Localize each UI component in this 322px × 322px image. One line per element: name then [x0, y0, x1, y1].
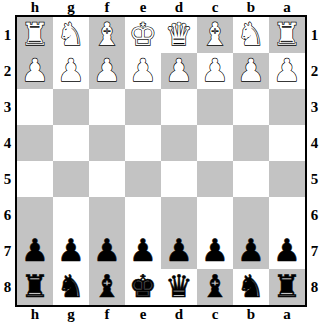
rank-label-right-8: 8	[307, 269, 322, 305]
square-e1[interactable]: ♚	[125, 17, 161, 53]
file-label-bottom-h: h	[17, 307, 53, 322]
square-h7[interactable]: ♟	[17, 233, 53, 269]
white-pawn-piece: ♟	[57, 53, 85, 88]
file-label-bottom-b: b	[233, 307, 269, 322]
square-c3[interactable]	[197, 89, 233, 125]
square-e2[interactable]: ♟	[125, 53, 161, 89]
file-label-top-g: g	[53, 0, 89, 16]
square-b3[interactable]	[233, 89, 269, 125]
square-g8[interactable]: ♞	[53, 269, 89, 305]
square-a3[interactable]	[269, 89, 305, 125]
white-pawn-piece: ♟	[273, 53, 301, 88]
rank-label-left-3: 3	[0, 89, 15, 125]
square-d1[interactable]: ♛	[161, 17, 197, 53]
square-b8[interactable]: ♞	[233, 269, 269, 305]
square-g2[interactable]: ♟	[53, 53, 89, 89]
file-label-top-e: e	[125, 0, 161, 16]
square-a2[interactable]: ♟	[269, 53, 305, 89]
rank-label-left-5: 5	[0, 161, 15, 197]
square-f3[interactable]	[89, 89, 125, 125]
black-pawn-piece: ♟	[21, 233, 49, 268]
square-d5[interactable]	[161, 161, 197, 197]
square-a1[interactable]: ♜	[269, 17, 305, 53]
black-knight-piece: ♞	[237, 269, 265, 304]
rank-label-right-7: 7	[307, 233, 322, 269]
rank-label-left-4: 4	[0, 125, 15, 161]
square-a8[interactable]: ♜	[269, 269, 305, 305]
square-b6[interactable]	[233, 197, 269, 233]
white-pawn-piece: ♟	[165, 53, 193, 88]
square-c8[interactable]: ♝	[197, 269, 233, 305]
black-pawn-piece: ♟	[273, 233, 301, 268]
white-king-piece: ♚	[129, 17, 157, 52]
square-e3[interactable]	[125, 89, 161, 125]
square-h4[interactable]	[17, 125, 53, 161]
file-labels-top: hgfedcba	[17, 0, 305, 15]
white-pawn-piece: ♟	[201, 53, 229, 88]
file-label-top-a: a	[269, 0, 305, 16]
rank-label-left-2: 2	[0, 53, 15, 89]
rank-label-left-7: 7	[0, 233, 15, 269]
square-c4[interactable]	[197, 125, 233, 161]
black-bishop-piece: ♝	[201, 269, 229, 304]
file-label-top-d: d	[161, 0, 197, 16]
rank-label-right-4: 4	[307, 125, 322, 161]
square-a7[interactable]: ♟	[269, 233, 305, 269]
black-king-piece: ♚	[129, 269, 157, 304]
square-e8[interactable]: ♚	[125, 269, 161, 305]
rank-labels-left: 12345678	[0, 17, 15, 305]
rank-labels-right: 12345678	[307, 17, 322, 305]
square-g3[interactable]	[53, 89, 89, 125]
white-bishop-piece: ♝	[201, 17, 229, 52]
black-pawn-piece: ♟	[237, 233, 265, 268]
square-d6[interactable]	[161, 197, 197, 233]
file-label-top-b: b	[233, 0, 269, 16]
black-queen-piece: ♛	[165, 269, 193, 304]
square-d4[interactable]	[161, 125, 197, 161]
file-label-bottom-f: f	[89, 307, 125, 322]
square-e5[interactable]	[125, 161, 161, 197]
rank-label-right-6: 6	[307, 197, 322, 233]
white-pawn-piece: ♟	[237, 53, 265, 88]
file-label-bottom-g: g	[53, 307, 89, 322]
square-b2[interactable]: ♟	[233, 53, 269, 89]
square-a4[interactable]	[269, 125, 305, 161]
file-label-bottom-a: a	[269, 307, 305, 322]
square-g6[interactable]	[53, 197, 89, 233]
file-label-bottom-e: e	[125, 307, 161, 322]
square-b7[interactable]: ♟	[233, 233, 269, 269]
square-b1[interactable]: ♞	[233, 17, 269, 53]
file-label-top-c: c	[197, 0, 233, 16]
square-c1[interactable]: ♝	[197, 17, 233, 53]
square-d3[interactable]	[161, 89, 197, 125]
rank-label-right-3: 3	[307, 89, 322, 125]
square-h2[interactable]: ♟	[17, 53, 53, 89]
square-b4[interactable]	[233, 125, 269, 161]
rank-label-right-2: 2	[307, 53, 322, 89]
rank-label-right-5: 5	[307, 161, 322, 197]
square-h8[interactable]: ♜	[17, 269, 53, 305]
rank-label-left-6: 6	[0, 197, 15, 233]
white-knight-piece: ♞	[237, 17, 265, 52]
white-pawn-piece: ♟	[129, 53, 157, 88]
white-rook-piece: ♜	[273, 17, 301, 52]
black-pawn-piece: ♟	[93, 233, 121, 268]
black-bishop-piece: ♝	[93, 269, 121, 304]
square-h1[interactable]: ♜	[17, 17, 53, 53]
square-h3[interactable]	[17, 89, 53, 125]
rank-label-left-8: 8	[0, 269, 15, 305]
square-c5[interactable]	[197, 161, 233, 197]
file-label-bottom-d: d	[161, 307, 197, 322]
square-g5[interactable]	[53, 161, 89, 197]
square-e7[interactable]: ♟	[125, 233, 161, 269]
square-g1[interactable]: ♞	[53, 17, 89, 53]
square-g7[interactable]: ♟	[53, 233, 89, 269]
white-bishop-piece: ♝	[93, 17, 121, 52]
square-a5[interactable]	[269, 161, 305, 197]
black-pawn-piece: ♟	[165, 233, 193, 268]
square-c2[interactable]: ♟	[197, 53, 233, 89]
black-pawn-piece: ♟	[201, 233, 229, 268]
square-f5[interactable]	[89, 161, 125, 197]
square-f6[interactable]	[89, 197, 125, 233]
file-label-top-h: h	[17, 0, 53, 16]
white-knight-piece: ♞	[57, 17, 85, 52]
square-d2[interactable]: ♟	[161, 53, 197, 89]
rank-label-left-1: 1	[0, 17, 15, 53]
square-c7[interactable]: ♟	[197, 233, 233, 269]
square-f1[interactable]: ♝	[89, 17, 125, 53]
square-d8[interactable]: ♛	[161, 269, 197, 305]
black-pawn-piece: ♟	[57, 233, 85, 268]
file-label-top-f: f	[89, 0, 125, 16]
black-rook-piece: ♜	[21, 269, 49, 304]
rank-label-right-1: 1	[307, 17, 322, 53]
white-queen-piece: ♛	[165, 17, 193, 52]
file-labels-bottom: hgfedcba	[17, 307, 305, 322]
chess-diagram: hgfedcba 12345678 12345678 hgfedcba ♜♞♝♚…	[0, 0, 322, 322]
square-a6[interactable]	[269, 197, 305, 233]
chess-board: ♜♞♝♚♛♝♞♜♟♟♟♟♟♟♟♟♟♟♟♟♟♟♟♟♜♞♝♚♛♝♞♜	[17, 17, 305, 305]
board-frame: ♜♞♝♚♛♝♞♜♟♟♟♟♟♟♟♟♟♟♟♟♟♟♟♟♜♞♝♚♛♝♞♜	[15, 15, 307, 307]
square-e6[interactable]	[125, 197, 161, 233]
file-label-bottom-c: c	[197, 307, 233, 322]
square-e4[interactable]	[125, 125, 161, 161]
square-f7[interactable]: ♟	[89, 233, 125, 269]
square-f8[interactable]: ♝	[89, 269, 125, 305]
square-d7[interactable]: ♟	[161, 233, 197, 269]
square-f2[interactable]: ♟	[89, 53, 125, 89]
white-pawn-piece: ♟	[93, 53, 121, 88]
square-b5[interactable]	[233, 161, 269, 197]
white-rook-piece: ♜	[21, 17, 49, 52]
square-c6[interactable]	[197, 197, 233, 233]
black-pawn-piece: ♟	[129, 233, 157, 268]
square-g4[interactable]	[53, 125, 89, 161]
black-rook-piece: ♜	[273, 269, 301, 304]
square-h5[interactable]	[17, 161, 53, 197]
black-knight-piece: ♞	[57, 269, 85, 304]
square-h6[interactable]	[17, 197, 53, 233]
square-f4[interactable]	[89, 125, 125, 161]
white-pawn-piece: ♟	[21, 53, 49, 88]
